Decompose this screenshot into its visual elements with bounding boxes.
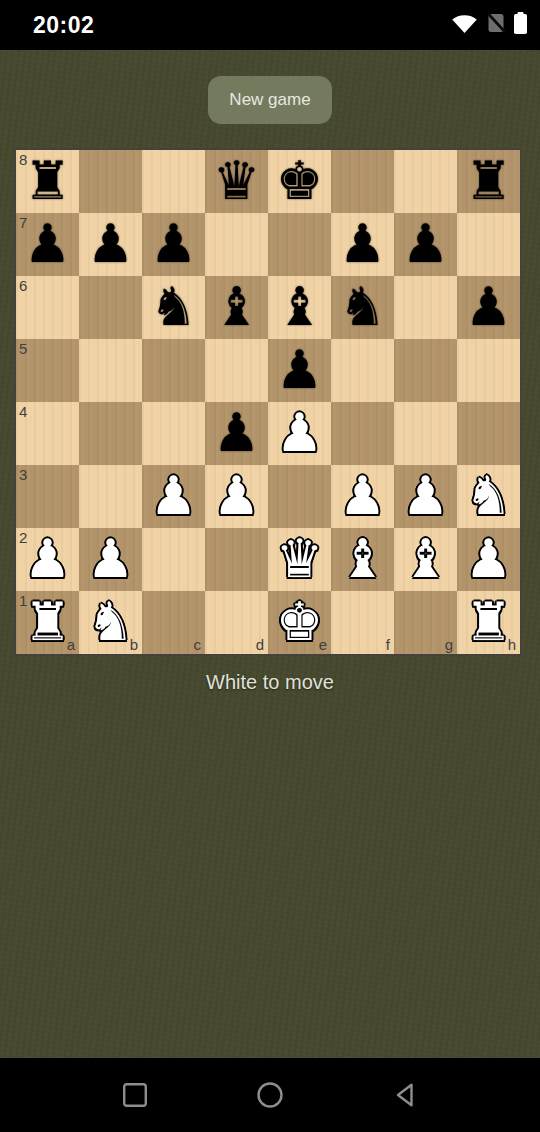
square-a2[interactable]: 2♟ — [16, 528, 79, 591]
square-b2[interactable]: ♟ — [79, 528, 142, 591]
app-content: New game 8♜♛♚♜7♟♟♟♟♟6♞♝♝♞♟5♟4♟♟3♟♟♟♟♞2♟♟… — [0, 50, 540, 1058]
square-g5[interactable] — [394, 339, 457, 402]
turn-indicator-text: White to move — [0, 671, 540, 694]
square-d5[interactable] — [205, 339, 268, 402]
square-a3[interactable]: 3 — [16, 465, 79, 528]
rank-label: 2 — [19, 530, 27, 545]
rank-label: 4 — [19, 404, 27, 419]
square-e2[interactable]: ♛ — [268, 528, 331, 591]
black-bishop: ♝ — [205, 276, 268, 339]
square-d1[interactable]: d — [205, 591, 268, 654]
square-c7[interactable]: ♟ — [142, 213, 205, 276]
file-label: d — [256, 637, 264, 652]
square-g6[interactable] — [394, 276, 457, 339]
black-king: ♚ — [268, 150, 331, 213]
square-a4[interactable]: 4 — [16, 402, 79, 465]
rank-label: 7 — [19, 215, 27, 230]
white-pawn: ♟ — [79, 528, 142, 591]
black-pawn: ♟ — [268, 339, 331, 402]
square-b3[interactable] — [79, 465, 142, 528]
square-c6[interactable]: ♞ — [142, 276, 205, 339]
square-g8[interactable] — [394, 150, 457, 213]
square-f6[interactable]: ♞ — [331, 276, 394, 339]
recents-square-icon[interactable] — [121, 1081, 149, 1109]
chess-board[interactable]: 8♜♛♚♜7♟♟♟♟♟6♞♝♝♞♟5♟4♟♟3♟♟♟♟♞2♟♟♛♝♝♟1a♜b♞… — [14, 148, 522, 656]
square-g7[interactable]: ♟ — [394, 213, 457, 276]
black-rook: ♜ — [457, 150, 520, 213]
square-a1[interactable]: 1a♜ — [16, 591, 79, 654]
black-knight: ♞ — [142, 276, 205, 339]
square-h2[interactable]: ♟ — [457, 528, 520, 591]
square-a8[interactable]: 8♜ — [16, 150, 79, 213]
square-h5[interactable] — [457, 339, 520, 402]
black-pawn: ♟ — [142, 213, 205, 276]
square-g1[interactable]: g — [394, 591, 457, 654]
black-pawn: ♟ — [457, 276, 520, 339]
white-bishop: ♝ — [331, 528, 394, 591]
status-bar: 20:02 — [0, 0, 540, 50]
square-c3[interactable]: ♟ — [142, 465, 205, 528]
phone-screen: 20:02 New game 8♜♛♚♜7♟♟♟♟♟6♞♝♝♞♟5♟4♟♟3♟♟ — [0, 0, 540, 1132]
file-label: a — [67, 637, 75, 652]
white-knight: ♞ — [457, 465, 520, 528]
file-label: e — [319, 637, 327, 652]
square-e1[interactable]: e♚ — [268, 591, 331, 654]
square-b5[interactable] — [79, 339, 142, 402]
black-pawn: ♟ — [205, 402, 268, 465]
wifi-icon — [451, 13, 478, 38]
square-e4[interactable]: ♟ — [268, 402, 331, 465]
file-label: f — [386, 637, 390, 652]
square-h8[interactable]: ♜ — [457, 150, 520, 213]
square-c2[interactable] — [142, 528, 205, 591]
square-h1[interactable]: h♜ — [457, 591, 520, 654]
white-pawn: ♟ — [205, 465, 268, 528]
square-h6[interactable]: ♟ — [457, 276, 520, 339]
file-label: b — [130, 637, 138, 652]
square-f7[interactable]: ♟ — [331, 213, 394, 276]
square-a7[interactable]: 7♟ — [16, 213, 79, 276]
file-label: c — [194, 637, 202, 652]
android-nav-bar — [0, 1058, 540, 1132]
square-e8[interactable]: ♚ — [268, 150, 331, 213]
square-f1[interactable]: f — [331, 591, 394, 654]
square-e7[interactable] — [268, 213, 331, 276]
square-c8[interactable] — [142, 150, 205, 213]
back-triangle-icon[interactable] — [391, 1081, 419, 1109]
square-f5[interactable] — [331, 339, 394, 402]
square-b1[interactable]: b♞ — [79, 591, 142, 654]
rank-label: 1 — [19, 593, 27, 608]
square-f3[interactable]: ♟ — [331, 465, 394, 528]
new-game-button[interactable]: New game — [208, 76, 331, 124]
square-g2[interactable]: ♝ — [394, 528, 457, 591]
black-knight: ♞ — [331, 276, 394, 339]
square-b6[interactable] — [79, 276, 142, 339]
rank-label: 8 — [19, 152, 27, 167]
home-circle-icon[interactable] — [256, 1081, 284, 1109]
square-d3[interactable]: ♟ — [205, 465, 268, 528]
square-e3[interactable] — [268, 465, 331, 528]
square-c5[interactable] — [142, 339, 205, 402]
white-bishop: ♝ — [394, 528, 457, 591]
square-f8[interactable] — [331, 150, 394, 213]
rank-label: 6 — [19, 278, 27, 293]
black-queen: ♛ — [205, 150, 268, 213]
black-pawn: ♟ — [79, 213, 142, 276]
clock-text: 20:02 — [33, 12, 94, 39]
square-h3[interactable]: ♞ — [457, 465, 520, 528]
square-e5[interactable]: ♟ — [268, 339, 331, 402]
white-pawn: ♟ — [331, 465, 394, 528]
square-a6[interactable]: 6 — [16, 276, 79, 339]
rank-label: 3 — [19, 467, 27, 482]
white-pawn: ♟ — [142, 465, 205, 528]
square-d6[interactable]: ♝ — [205, 276, 268, 339]
square-h4[interactable] — [457, 402, 520, 465]
no-sim-icon — [485, 12, 507, 38]
square-d4[interactable]: ♟ — [205, 402, 268, 465]
square-d7[interactable] — [205, 213, 268, 276]
white-pawn: ♟ — [457, 528, 520, 591]
black-pawn: ♟ — [331, 213, 394, 276]
rank-label: 5 — [19, 341, 27, 356]
square-c1[interactable]: c — [142, 591, 205, 654]
status-icons — [451, 12, 527, 38]
square-d2[interactable] — [205, 528, 268, 591]
square-a5[interactable]: 5 — [16, 339, 79, 402]
square-f2[interactable]: ♝ — [331, 528, 394, 591]
square-d8[interactable]: ♛ — [205, 150, 268, 213]
white-queen: ♛ — [268, 528, 331, 591]
square-e6[interactable]: ♝ — [268, 276, 331, 339]
white-pawn: ♟ — [268, 402, 331, 465]
square-g4[interactable] — [394, 402, 457, 465]
square-c4[interactable] — [142, 402, 205, 465]
black-bishop: ♝ — [268, 276, 331, 339]
square-b4[interactable] — [79, 402, 142, 465]
black-pawn: ♟ — [394, 213, 457, 276]
battery-icon — [514, 12, 527, 38]
square-b7[interactable]: ♟ — [79, 213, 142, 276]
square-b8[interactable] — [79, 150, 142, 213]
square-g3[interactable]: ♟ — [394, 465, 457, 528]
square-f4[interactable] — [331, 402, 394, 465]
file-label: g — [445, 637, 453, 652]
white-pawn: ♟ — [394, 465, 457, 528]
square-h7[interactable] — [457, 213, 520, 276]
file-label: h — [508, 637, 516, 652]
